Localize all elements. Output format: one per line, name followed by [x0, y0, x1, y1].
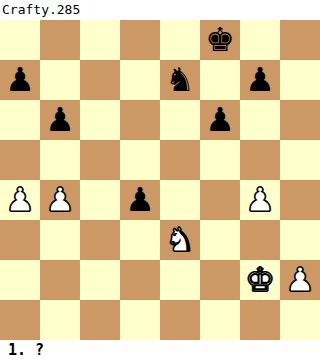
square-g6[interactable] [240, 100, 280, 140]
square-a6[interactable] [0, 100, 40, 140]
square-h1[interactable] [280, 300, 320, 340]
square-f7[interactable] [200, 60, 240, 100]
square-h5[interactable] [280, 140, 320, 180]
black-knight[interactable]: ♞ [165, 60, 195, 100]
square-c7[interactable] [80, 60, 120, 100]
square-b6[interactable]: ♟ [40, 100, 80, 140]
square-c4[interactable] [80, 180, 120, 220]
move-prompt: 1. ? [0, 340, 320, 360]
black-pawn[interactable]: ♟ [245, 60, 275, 100]
square-f1[interactable] [200, 300, 240, 340]
square-g8[interactable] [240, 20, 280, 60]
square-h3[interactable] [280, 220, 320, 260]
square-h2[interactable]: ♟ [280, 260, 320, 300]
white-knight[interactable]: ♞ [165, 220, 195, 260]
white-king[interactable]: ♚ [245, 260, 275, 300]
square-d6[interactable] [120, 100, 160, 140]
square-h6[interactable] [280, 100, 320, 140]
black-pawn[interactable]: ♟ [5, 60, 35, 100]
square-e6[interactable] [160, 100, 200, 140]
square-a4[interactable]: ♟ [0, 180, 40, 220]
square-g5[interactable] [240, 140, 280, 180]
square-d1[interactable] [120, 300, 160, 340]
square-f4[interactable] [200, 180, 240, 220]
square-f3[interactable] [200, 220, 240, 260]
square-a3[interactable] [0, 220, 40, 260]
square-g4[interactable]: ♟ [240, 180, 280, 220]
chess-board: ♚♟♞♟♟♟♟♟♟♟♞♚♟ [0, 20, 320, 340]
square-e3[interactable]: ♞ [160, 220, 200, 260]
crafty-window: Crafty.285 ♚♟♞♟♟♟♟♟♟♟♞♚♟ 1. ? [0, 0, 320, 360]
square-a8[interactable] [0, 20, 40, 60]
square-f6[interactable]: ♟ [200, 100, 240, 140]
square-d4[interactable]: ♟ [120, 180, 160, 220]
square-d3[interactable] [120, 220, 160, 260]
square-e4[interactable] [160, 180, 200, 220]
square-d7[interactable] [120, 60, 160, 100]
square-a1[interactable] [0, 300, 40, 340]
window-title: Crafty.285 [0, 0, 320, 20]
square-a2[interactable] [0, 260, 40, 300]
square-g2[interactable]: ♚ [240, 260, 280, 300]
white-pawn[interactable]: ♟ [45, 180, 75, 220]
square-c2[interactable] [80, 260, 120, 300]
square-h4[interactable] [280, 180, 320, 220]
square-a5[interactable] [0, 140, 40, 180]
white-pawn[interactable]: ♟ [5, 180, 35, 220]
square-c6[interactable] [80, 100, 120, 140]
square-c1[interactable] [80, 300, 120, 340]
square-d2[interactable] [120, 260, 160, 300]
square-d8[interactable] [120, 20, 160, 60]
square-c8[interactable] [80, 20, 120, 60]
square-b4[interactable]: ♟ [40, 180, 80, 220]
square-h7[interactable] [280, 60, 320, 100]
square-e7[interactable]: ♞ [160, 60, 200, 100]
square-f2[interactable] [200, 260, 240, 300]
square-h8[interactable] [280, 20, 320, 60]
square-b2[interactable] [40, 260, 80, 300]
square-g7[interactable]: ♟ [240, 60, 280, 100]
square-g1[interactable] [240, 300, 280, 340]
square-b5[interactable] [40, 140, 80, 180]
square-b7[interactable] [40, 60, 80, 100]
square-e2[interactable] [160, 260, 200, 300]
square-c5[interactable] [80, 140, 120, 180]
square-e5[interactable] [160, 140, 200, 180]
white-pawn[interactable]: ♟ [285, 260, 315, 300]
square-b8[interactable] [40, 20, 80, 60]
square-f5[interactable] [200, 140, 240, 180]
square-d5[interactable] [120, 140, 160, 180]
square-e1[interactable] [160, 300, 200, 340]
black-pawn[interactable]: ♟ [125, 180, 155, 220]
square-b3[interactable] [40, 220, 80, 260]
white-pawn[interactable]: ♟ [245, 180, 275, 220]
black-king[interactable]: ♚ [205, 20, 235, 60]
black-pawn[interactable]: ♟ [45, 100, 75, 140]
square-c3[interactable] [80, 220, 120, 260]
square-g3[interactable] [240, 220, 280, 260]
square-a7[interactable]: ♟ [0, 60, 40, 100]
square-f8[interactable]: ♚ [200, 20, 240, 60]
black-pawn[interactable]: ♟ [205, 100, 235, 140]
square-e8[interactable] [160, 20, 200, 60]
square-b1[interactable] [40, 300, 80, 340]
